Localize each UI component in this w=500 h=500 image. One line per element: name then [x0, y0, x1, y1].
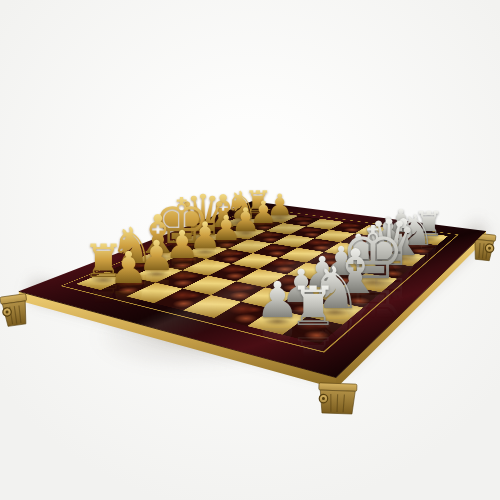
chess-set-photo: ♜♜♟♟♞♞♟♟♝♝♟♟♟♟♛♛♜♜♟♟♟♟♚♚♞♞♟♟♟♟♝♝♝♝♟♟♟♟♞♞… — [0, 0, 500, 500]
